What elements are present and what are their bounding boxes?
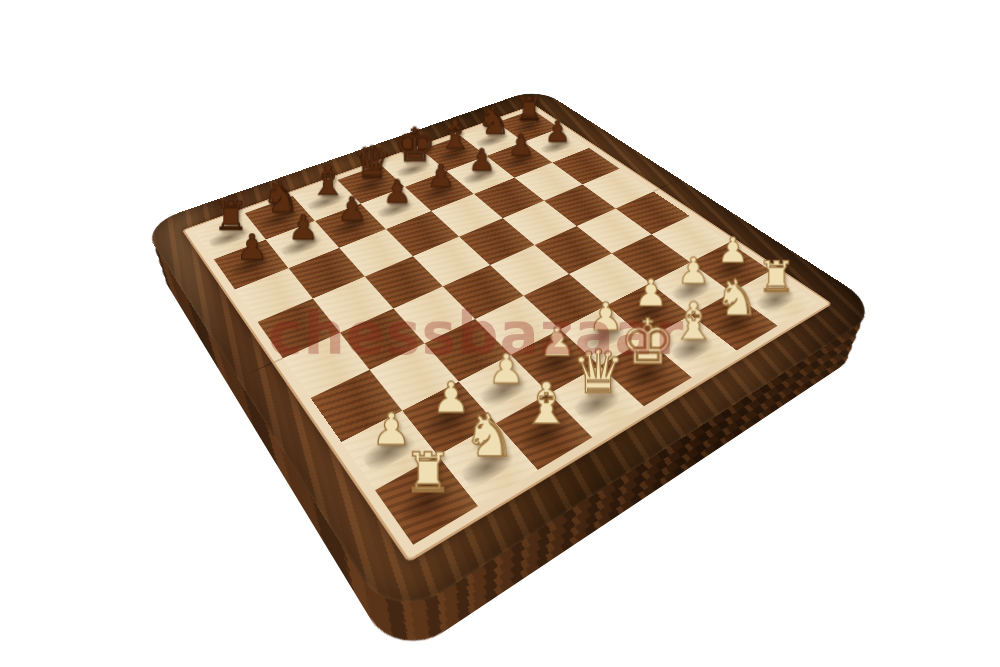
piece-white-rook: ♜ [391,446,466,501]
piece-black-pawn: ♟ [325,193,378,226]
piece-black-pawn: ♟ [276,211,330,245]
product-photo-scene: ♜♞♝♛♚♝♞♜♟♟♟♟♟♟♟♟♟♟♟♟♟♟♟♟♜♞♝♛♚♝♞♜ chessba… [0,0,1000,667]
square-a7: ♟ [214,240,288,290]
square-a1: ♜ [375,456,478,545]
piece-black-pawn: ♟ [372,176,423,208]
piece-black-pawn: ♟ [224,230,280,265]
piece-black-pawn: ♟ [416,160,466,191]
watermark-text: chessbazaar [268,300,684,368]
